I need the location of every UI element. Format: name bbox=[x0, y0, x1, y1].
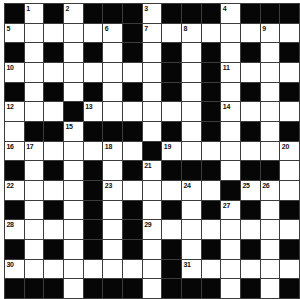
block-cell-r7c6 bbox=[103, 122, 122, 141]
block-cell-r11c5 bbox=[84, 201, 103, 220]
cell-r1c8[interactable]: 3 bbox=[143, 4, 162, 23]
cell-r4c12[interactable]: 11 bbox=[221, 63, 240, 82]
block-cell-r5c5 bbox=[84, 83, 103, 102]
block-cell-r15c11 bbox=[202, 279, 221, 298]
cell-r6c9[interactable] bbox=[162, 102, 181, 121]
block-cell-r14c9 bbox=[162, 260, 181, 279]
block-cell-r13c15 bbox=[280, 240, 299, 259]
block-cell-r13c9 bbox=[162, 240, 181, 259]
cell-r11c8[interactable] bbox=[143, 201, 162, 220]
block-cell-r15c13 bbox=[241, 279, 260, 298]
cell-r14c8[interactable] bbox=[143, 260, 162, 279]
cell-r12c4[interactable] bbox=[64, 220, 83, 239]
block-cell-r7c9 bbox=[162, 122, 181, 141]
cell-r8c4[interactable] bbox=[64, 142, 83, 161]
cell-r13c4[interactable] bbox=[64, 240, 83, 259]
block-cell-r3c7 bbox=[123, 43, 142, 62]
cell-r7c4[interactable]: 15 bbox=[64, 122, 83, 141]
clue-number-21: 21 bbox=[144, 161, 151, 170]
clue-number-29: 29 bbox=[144, 220, 151, 229]
clue-number-27: 27 bbox=[223, 201, 230, 210]
block-cell-r15c10 bbox=[182, 279, 201, 298]
block-cell-r1c10 bbox=[182, 4, 201, 23]
cell-r7c8[interactable] bbox=[143, 122, 162, 141]
block-cell-r7c15 bbox=[280, 122, 299, 141]
block-cell-r13c7 bbox=[123, 240, 142, 259]
crossword-page: 1234567891011121314151617181920212223242… bbox=[0, 0, 300, 299]
cell-r14c3[interactable] bbox=[44, 260, 63, 279]
clue-number-18: 18 bbox=[105, 142, 112, 151]
block-cell-r7c11 bbox=[202, 122, 221, 141]
cell-r6c6[interactable] bbox=[103, 102, 122, 121]
block-cell-r15c1 bbox=[5, 279, 24, 298]
cell-r5c10[interactable] bbox=[182, 83, 201, 102]
cell-r8c15[interactable]: 20 bbox=[280, 142, 299, 161]
cell-r3c10[interactable] bbox=[182, 43, 201, 62]
block-cell-r11c9 bbox=[162, 201, 181, 220]
clue-number-22: 22 bbox=[7, 181, 14, 190]
cell-r14c14[interactable] bbox=[261, 260, 280, 279]
cell-r10c14[interactable]: 26 bbox=[261, 181, 280, 200]
cell-r12c13[interactable] bbox=[241, 220, 260, 239]
block-cell-r7c7 bbox=[123, 122, 142, 141]
clue-number-9: 9 bbox=[262, 24, 266, 33]
cell-r10c3[interactable] bbox=[44, 181, 63, 200]
cell-r2c6[interactable]: 6 bbox=[103, 24, 122, 43]
cell-r4c3[interactable] bbox=[44, 63, 63, 82]
block-cell-r1c1 bbox=[5, 4, 24, 23]
cell-r3c2[interactable] bbox=[25, 43, 44, 62]
block-cell-r9c1 bbox=[5, 161, 24, 180]
cell-r5c4[interactable] bbox=[64, 83, 83, 102]
clue-number-5: 5 bbox=[7, 24, 11, 33]
cell-r9c2[interactable] bbox=[25, 161, 44, 180]
cell-r12c12[interactable] bbox=[221, 220, 240, 239]
block-cell-r5c9 bbox=[162, 83, 181, 102]
cell-r13c8[interactable] bbox=[143, 240, 162, 259]
cell-r11c6[interactable] bbox=[103, 201, 122, 220]
cell-r2c3[interactable] bbox=[44, 24, 63, 43]
cell-r2c15[interactable] bbox=[280, 24, 299, 43]
block-cell-r5c11 bbox=[202, 83, 221, 102]
block-cell-r1c7 bbox=[123, 4, 142, 23]
cell-r5c12[interactable] bbox=[221, 83, 240, 102]
cell-r15c14[interactable] bbox=[261, 279, 280, 298]
cell-r7c12[interactable] bbox=[221, 122, 240, 141]
cell-r12c9[interactable] bbox=[162, 220, 181, 239]
cell-r14c13[interactable] bbox=[241, 260, 260, 279]
cell-r14c7[interactable] bbox=[123, 260, 142, 279]
cell-r11c10[interactable] bbox=[182, 201, 201, 220]
cell-r10c15[interactable] bbox=[280, 181, 299, 200]
block-cell-r6c4 bbox=[64, 102, 83, 121]
cell-r6c13[interactable] bbox=[241, 102, 260, 121]
block-cell-r1c5 bbox=[84, 4, 103, 23]
block-cell-r3c15 bbox=[280, 43, 299, 62]
clue-number-11: 11 bbox=[223, 63, 230, 72]
block-cell-r11c1 bbox=[5, 201, 24, 220]
cell-r12c6[interactable] bbox=[103, 220, 122, 239]
cell-r6c3[interactable] bbox=[44, 102, 63, 121]
cell-r14c12[interactable] bbox=[221, 260, 240, 279]
cell-r2c1[interactable]: 5 bbox=[5, 24, 24, 43]
block-cell-r5c1 bbox=[5, 83, 24, 102]
cell-r10c8[interactable] bbox=[143, 181, 162, 200]
cell-r2c11[interactable] bbox=[202, 24, 221, 43]
block-cell-r15c3 bbox=[44, 279, 63, 298]
cell-r14c2[interactable] bbox=[25, 260, 44, 279]
block-cell-r12c7 bbox=[123, 220, 142, 239]
cell-r7c14[interactable] bbox=[261, 122, 280, 141]
cell-r12c14[interactable] bbox=[261, 220, 280, 239]
cell-r1c2[interactable]: 1 bbox=[25, 4, 44, 23]
cell-r5c8[interactable] bbox=[143, 83, 162, 102]
cell-r10c10[interactable]: 24 bbox=[182, 181, 201, 200]
cell-r10c1[interactable]: 22 bbox=[5, 181, 24, 200]
cell-r8c1[interactable]: 16 bbox=[5, 142, 24, 161]
cell-r4c4[interactable] bbox=[64, 63, 83, 82]
cell-r9c8[interactable]: 21 bbox=[143, 161, 162, 180]
cell-r2c10[interactable]: 8 bbox=[182, 24, 201, 43]
cell-r12c10[interactable] bbox=[182, 220, 201, 239]
block-cell-r4c11 bbox=[202, 63, 221, 82]
cell-r2c12[interactable] bbox=[221, 24, 240, 43]
block-cell-r3c11 bbox=[202, 43, 221, 62]
cell-r6c7[interactable] bbox=[123, 102, 142, 121]
cell-r12c15[interactable] bbox=[280, 220, 299, 239]
cell-r14c4[interactable] bbox=[64, 260, 83, 279]
cell-r5c6[interactable] bbox=[103, 83, 122, 102]
block-cell-r1c11 bbox=[202, 4, 221, 23]
cell-r15c12[interactable] bbox=[221, 279, 240, 298]
cell-r14c11[interactable] bbox=[202, 260, 221, 279]
cell-r4c14[interactable] bbox=[261, 63, 280, 82]
cell-r3c8[interactable] bbox=[143, 43, 162, 62]
block-cell-r15c15 bbox=[280, 279, 299, 298]
cell-r13c14[interactable] bbox=[261, 240, 280, 259]
cell-r14c1[interactable]: 30 bbox=[5, 260, 24, 279]
clue-number-3: 3 bbox=[144, 4, 148, 13]
cell-r12c3[interactable] bbox=[44, 220, 63, 239]
cell-r8c3[interactable] bbox=[44, 142, 63, 161]
clue-number-14: 14 bbox=[223, 102, 230, 111]
cell-r2c14[interactable]: 9 bbox=[261, 24, 280, 43]
block-cell-r13c1 bbox=[5, 240, 24, 259]
cell-r9c15[interactable] bbox=[280, 161, 299, 180]
cell-r6c14[interactable] bbox=[261, 102, 280, 121]
cell-r4c5[interactable] bbox=[84, 63, 103, 82]
cell-r14c5[interactable] bbox=[84, 260, 103, 279]
cell-r14c10[interactable]: 31 bbox=[182, 260, 201, 279]
block-cell-r7c3 bbox=[44, 122, 63, 141]
cell-r14c6[interactable] bbox=[103, 260, 122, 279]
cell-r10c6[interactable]: 23 bbox=[103, 181, 122, 200]
cell-r8c6[interactable]: 18 bbox=[103, 142, 122, 161]
cell-r12c1[interactable]: 28 bbox=[5, 220, 24, 239]
cell-r2c2[interactable] bbox=[25, 24, 44, 43]
cell-r4c15[interactable] bbox=[280, 63, 299, 82]
block-cell-r5c7 bbox=[123, 83, 142, 102]
block-cell-r11c15 bbox=[280, 201, 299, 220]
block-cell-r3c1 bbox=[5, 43, 24, 62]
cell-r12c8[interactable]: 29 bbox=[143, 220, 162, 239]
block-cell-r7c13 bbox=[241, 122, 260, 141]
cell-r13c12[interactable] bbox=[221, 240, 240, 259]
block-cell-r1c15 bbox=[280, 4, 299, 23]
clue-number-7: 7 bbox=[144, 24, 148, 33]
cell-r2c8[interactable]: 7 bbox=[143, 24, 162, 43]
block-cell-r1c6 bbox=[103, 4, 122, 23]
cell-r4c8[interactable] bbox=[143, 63, 162, 82]
cell-r6c10[interactable] bbox=[182, 102, 201, 121]
cell-r8c13[interactable] bbox=[241, 142, 260, 161]
block-cell-r9c13 bbox=[241, 161, 260, 180]
cell-r3c6[interactable] bbox=[103, 43, 122, 62]
block-cell-r11c3 bbox=[44, 201, 63, 220]
cell-r1c12[interactable]: 4 bbox=[221, 4, 240, 23]
cell-r14c15[interactable] bbox=[280, 260, 299, 279]
cell-r9c6[interactable] bbox=[103, 161, 122, 180]
cell-r12c11[interactable] bbox=[202, 220, 221, 239]
clue-number-12: 12 bbox=[7, 102, 14, 111]
block-cell-r15c6 bbox=[103, 279, 122, 298]
cell-r9c4[interactable] bbox=[64, 161, 83, 180]
block-cell-r15c7 bbox=[123, 279, 142, 298]
block-cell-r13c13 bbox=[241, 240, 260, 259]
block-cell-r6c11 bbox=[202, 102, 221, 121]
block-cell-r3c13 bbox=[241, 43, 260, 62]
block-cell-r12c5 bbox=[84, 220, 103, 239]
block-cell-r9c11 bbox=[202, 161, 221, 180]
cell-r8c10[interactable] bbox=[182, 142, 201, 161]
cell-r10c7[interactable] bbox=[123, 181, 142, 200]
cell-r8c5[interactable] bbox=[84, 142, 103, 161]
clue-number-19: 19 bbox=[164, 142, 171, 151]
block-cell-r11c13 bbox=[241, 201, 260, 220]
block-cell-r1c9 bbox=[162, 4, 181, 23]
cell-r4c10[interactable] bbox=[182, 63, 201, 82]
cell-r8c14[interactable] bbox=[261, 142, 280, 161]
clue-number-31: 31 bbox=[183, 260, 190, 269]
block-cell-r9c7 bbox=[123, 161, 142, 180]
cell-r9c12[interactable] bbox=[221, 161, 240, 180]
cell-r6c12[interactable]: 14 bbox=[221, 102, 240, 121]
clue-number-26: 26 bbox=[262, 181, 269, 190]
cell-r2c9[interactable] bbox=[162, 24, 181, 43]
block-cell-r15c2 bbox=[25, 279, 44, 298]
cell-r8c9[interactable]: 19 bbox=[162, 142, 181, 161]
block-cell-r4c9 bbox=[162, 63, 181, 82]
block-cell-r7c5 bbox=[84, 122, 103, 141]
clue-number-10: 10 bbox=[7, 63, 14, 72]
block-cell-r13c11 bbox=[202, 240, 221, 259]
block-cell-r5c15 bbox=[280, 83, 299, 102]
cell-r8c11[interactable] bbox=[202, 142, 221, 161]
cell-r10c4[interactable] bbox=[64, 181, 83, 200]
cell-r13c10[interactable] bbox=[182, 240, 201, 259]
block-cell-r11c7 bbox=[123, 201, 142, 220]
cell-r11c12[interactable]: 27 bbox=[221, 201, 240, 220]
clue-number-28: 28 bbox=[7, 220, 14, 229]
cell-r10c11[interactable] bbox=[202, 181, 221, 200]
block-cell-r15c5 bbox=[84, 279, 103, 298]
block-cell-r13c5 bbox=[84, 240, 103, 259]
cell-r7c10[interactable] bbox=[182, 122, 201, 141]
cell-r13c2[interactable] bbox=[25, 240, 44, 259]
clue-number-20: 20 bbox=[282, 142, 289, 151]
block-cell-r8c8 bbox=[143, 142, 162, 161]
block-cell-r13c3 bbox=[44, 240, 63, 259]
cell-r3c4[interactable] bbox=[64, 43, 83, 62]
crossword-board: 1234567891011121314151617181920212223242… bbox=[4, 3, 300, 299]
block-cell-r15c9 bbox=[162, 279, 181, 298]
block-cell-r9c3 bbox=[44, 161, 63, 180]
cell-r1c4[interactable]: 2 bbox=[64, 4, 83, 23]
clue-number-16: 16 bbox=[7, 142, 14, 151]
cell-r6c5[interactable]: 13 bbox=[84, 102, 103, 121]
clue-number-6: 6 bbox=[105, 24, 109, 33]
cell-r5c2[interactable] bbox=[25, 83, 44, 102]
cell-r4c1[interactable]: 10 bbox=[5, 63, 24, 82]
cell-r15c8[interactable] bbox=[143, 279, 162, 298]
cell-r3c14[interactable] bbox=[261, 43, 280, 62]
cell-r8c2[interactable]: 17 bbox=[25, 142, 44, 161]
clue-number-13: 13 bbox=[85, 102, 92, 111]
cell-r10c9[interactable] bbox=[162, 181, 181, 200]
block-cell-r1c3 bbox=[44, 4, 63, 23]
block-cell-r5c13 bbox=[241, 83, 260, 102]
block-cell-r10c5 bbox=[84, 181, 103, 200]
cell-r10c2[interactable] bbox=[25, 181, 44, 200]
block-cell-r3c5 bbox=[84, 43, 103, 62]
block-cell-r2c7 bbox=[123, 24, 142, 43]
clue-number-30: 30 bbox=[7, 260, 14, 269]
cell-r7c1[interactable] bbox=[5, 122, 24, 141]
clue-number-24: 24 bbox=[183, 181, 190, 190]
cell-r4c6[interactable] bbox=[103, 63, 122, 82]
cell-r6c1[interactable]: 12 bbox=[5, 102, 24, 121]
cell-r4c7[interactable] bbox=[123, 63, 142, 82]
block-cell-r1c14 bbox=[261, 4, 280, 23]
cell-r4c2[interactable] bbox=[25, 63, 44, 82]
block-cell-r5c3 bbox=[44, 83, 63, 102]
clue-number-17: 17 bbox=[26, 142, 33, 151]
cell-r6c8[interactable] bbox=[143, 102, 162, 121]
cell-r6c2[interactable] bbox=[25, 102, 44, 121]
block-cell-r9c9 bbox=[162, 161, 181, 180]
clue-number-4: 4 bbox=[223, 4, 227, 13]
cell-r8c7[interactable] bbox=[123, 142, 142, 161]
cell-r3c12[interactable] bbox=[221, 43, 240, 62]
block-cell-r9c14 bbox=[261, 161, 280, 180]
clue-number-25: 25 bbox=[242, 181, 249, 190]
cell-r12c2[interactable] bbox=[25, 220, 44, 239]
cell-r2c4[interactable] bbox=[64, 24, 83, 43]
clue-number-1: 1 bbox=[26, 4, 30, 13]
block-cell-r3c3 bbox=[44, 43, 63, 62]
block-cell-r11c11 bbox=[202, 201, 221, 220]
cell-r10c13[interactable]: 25 bbox=[241, 181, 260, 200]
cell-r8c12[interactable] bbox=[221, 142, 240, 161]
clue-number-23: 23 bbox=[105, 181, 112, 190]
block-cell-r7c2 bbox=[25, 122, 44, 141]
cell-r11c14[interactable] bbox=[261, 201, 280, 220]
cell-r11c2[interactable] bbox=[25, 201, 44, 220]
cell-r6c15[interactable] bbox=[280, 102, 299, 121]
clue-number-8: 8 bbox=[183, 24, 187, 33]
block-cell-r9c5 bbox=[84, 161, 103, 180]
clue-number-15: 15 bbox=[65, 122, 72, 131]
cell-r4c13[interactable] bbox=[241, 63, 260, 82]
block-cell-r9c10 bbox=[182, 161, 201, 180]
cell-r11c4[interactable] bbox=[64, 201, 83, 220]
block-cell-r10c12 bbox=[221, 181, 240, 200]
cell-r5c14[interactable] bbox=[261, 83, 280, 102]
cell-r13c6[interactable] bbox=[103, 240, 122, 259]
block-cell-r3c9 bbox=[162, 43, 181, 62]
block-cell-r1c13 bbox=[241, 4, 260, 23]
cell-r2c5[interactable] bbox=[84, 24, 103, 43]
clue-number-2: 2 bbox=[65, 4, 69, 13]
cell-r15c4[interactable] bbox=[64, 279, 83, 298]
cell-r2c13[interactable] bbox=[241, 24, 260, 43]
